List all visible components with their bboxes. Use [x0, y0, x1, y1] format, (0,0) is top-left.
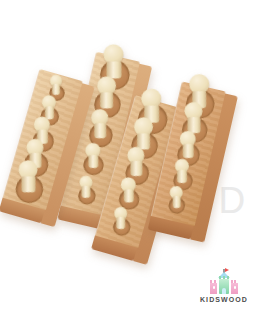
cylinder-body	[81, 186, 90, 198]
castle-tower-right	[231, 283, 238, 294]
cylinder-body	[172, 196, 180, 208]
knobbed-cylinder	[85, 143, 100, 168]
castle-window-left	[213, 286, 215, 289]
cylinder-body	[21, 176, 35, 192]
knobbed-cylinder	[79, 176, 92, 198]
knobbed-cylinder	[91, 109, 108, 138]
cylinder-body	[177, 170, 187, 183]
castle-logo-icon	[209, 271, 239, 294]
castle-keep	[219, 279, 229, 294]
knobbed-cylinder	[121, 177, 136, 202]
knobbed-cylinder	[180, 131, 196, 158]
castle-tower-left	[210, 283, 217, 294]
cylinder-body	[123, 189, 133, 202]
brand-name: KIDSWOOD	[196, 296, 252, 303]
knobbed-cylinder	[19, 160, 38, 192]
castle-door	[222, 288, 226, 294]
knobbed-cylinder	[170, 186, 183, 208]
brand-logo: KIDSWOOD	[196, 271, 252, 303]
knobbed-cylinder	[134, 117, 153, 149]
cylinder-body	[100, 92, 113, 108]
knobbed-cylinder	[104, 44, 124, 78]
castle-window-right	[234, 286, 236, 289]
product-photo: KIDSWOOD KIDSWOOD	[0, 0, 255, 312]
knobbed-cylinder	[185, 102, 203, 133]
cylinder-blocks-scene	[0, 0, 255, 312]
cylinder-body	[52, 84, 60, 95]
cylinder-body	[116, 217, 125, 229]
knobbed-cylinder	[127, 147, 144, 176]
cylinder-body	[182, 144, 193, 158]
knobbed-cylinder	[97, 76, 116, 108]
cylinder-body	[130, 161, 142, 176]
knobbed-cylinder	[114, 207, 127, 229]
knobbed-cylinder	[50, 75, 62, 95]
cylinder-body	[94, 123, 106, 138]
cylinder-body	[88, 155, 98, 168]
knobbed-cylinder	[175, 159, 189, 183]
